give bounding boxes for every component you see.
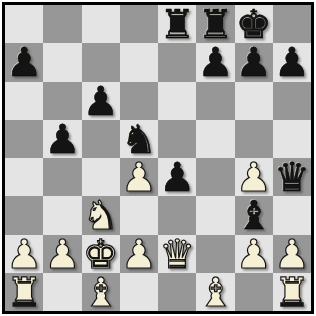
square-d8[interactable] (120, 5, 158, 43)
square-f4[interactable] (196, 158, 234, 196)
black-rook[interactable]: ♜ (197, 5, 233, 43)
square-b4[interactable] (43, 158, 81, 196)
square-c7[interactable] (82, 43, 120, 81)
square-f3[interactable] (196, 196, 234, 234)
square-c3[interactable]: ♞ (82, 196, 120, 234)
white-bishop[interactable]: ♝ (197, 273, 233, 311)
square-c2[interactable]: ♚ (82, 235, 120, 273)
square-c4[interactable] (82, 158, 120, 196)
black-pawn[interactable]: ♟ (197, 43, 233, 81)
white-pawn[interactable]: ♟ (274, 235, 310, 273)
square-a8[interactable] (5, 5, 43, 43)
square-d7[interactable] (120, 43, 158, 81)
square-e8[interactable]: ♜ (158, 5, 196, 43)
square-e4[interactable]: ♟ (158, 158, 196, 196)
square-a7[interactable]: ♟ (5, 43, 43, 81)
square-c6[interactable]: ♟ (82, 82, 120, 120)
black-pawn[interactable]: ♟ (236, 43, 272, 81)
square-b5[interactable]: ♟ (43, 120, 81, 158)
square-e6[interactable] (158, 82, 196, 120)
white-pawn[interactable]: ♟ (236, 235, 272, 273)
black-bishop[interactable]: ♝ (236, 196, 272, 234)
square-d4[interactable]: ♟ (120, 158, 158, 196)
black-pawn[interactable]: ♟ (159, 158, 195, 196)
square-h1[interactable]: ♜ (273, 273, 311, 311)
black-knight[interactable]: ♞ (121, 120, 157, 158)
square-f8[interactable]: ♜ (196, 5, 234, 43)
square-g5[interactable] (235, 120, 273, 158)
black-king[interactable]: ♚ (236, 5, 272, 43)
square-h5[interactable] (273, 120, 311, 158)
white-pawn[interactable]: ♟ (44, 235, 80, 273)
square-d3[interactable] (120, 196, 158, 234)
square-d1[interactable] (120, 273, 158, 311)
square-a4[interactable] (5, 158, 43, 196)
square-h8[interactable] (273, 5, 311, 43)
square-g2[interactable]: ♟ (235, 235, 273, 273)
white-pawn[interactable]: ♟ (236, 158, 272, 196)
chessboard-frame: ♜♜♚♟♟♟♟♟♟♞♟♟♟♛♞♝♟♟♚♟♛♟♟♜♝♝♜ (0, 0, 316, 316)
square-g1[interactable] (235, 273, 273, 311)
black-pawn[interactable]: ♟ (44, 120, 80, 158)
chessboard: ♜♜♚♟♟♟♟♟♟♞♟♟♟♛♞♝♟♟♚♟♛♟♟♜♝♝♜ (2, 2, 314, 314)
square-h2[interactable]: ♟ (273, 235, 311, 273)
square-e3[interactable] (158, 196, 196, 234)
white-bishop[interactable]: ♝ (83, 273, 119, 311)
white-pawn[interactable]: ♟ (121, 235, 157, 273)
square-b8[interactable] (43, 5, 81, 43)
square-h3[interactable] (273, 196, 311, 234)
square-b1[interactable] (43, 273, 81, 311)
white-king[interactable]: ♚ (83, 235, 119, 273)
square-g6[interactable] (235, 82, 273, 120)
square-e7[interactable] (158, 43, 196, 81)
black-queen[interactable]: ♛ (274, 158, 310, 196)
square-d6[interactable] (120, 82, 158, 120)
square-d2[interactable]: ♟ (120, 235, 158, 273)
square-c1[interactable]: ♝ (82, 273, 120, 311)
white-rook[interactable]: ♜ (6, 273, 42, 311)
black-pawn[interactable]: ♟ (83, 82, 119, 120)
square-h7[interactable]: ♟ (273, 43, 311, 81)
white-queen[interactable]: ♛ (159, 235, 195, 273)
square-f7[interactable]: ♟ (196, 43, 234, 81)
square-a2[interactable]: ♟ (5, 235, 43, 273)
square-b2[interactable]: ♟ (43, 235, 81, 273)
square-e1[interactable] (158, 273, 196, 311)
square-a5[interactable] (5, 120, 43, 158)
square-f5[interactable] (196, 120, 234, 158)
square-c8[interactable] (82, 5, 120, 43)
square-f1[interactable]: ♝ (196, 273, 234, 311)
black-pawn[interactable]: ♟ (274, 43, 310, 81)
square-h4[interactable]: ♛ (273, 158, 311, 196)
white-pawn[interactable]: ♟ (121, 158, 157, 196)
white-rook[interactable]: ♜ (274, 273, 310, 311)
square-g7[interactable]: ♟ (235, 43, 273, 81)
square-f2[interactable] (196, 235, 234, 273)
black-pawn[interactable]: ♟ (6, 43, 42, 81)
white-knight[interactable]: ♞ (83, 196, 119, 234)
square-h6[interactable] (273, 82, 311, 120)
square-e2[interactable]: ♛ (158, 235, 196, 273)
square-b7[interactable] (43, 43, 81, 81)
square-g3[interactable]: ♝ (235, 196, 273, 234)
square-f6[interactable] (196, 82, 234, 120)
square-c5[interactable] (82, 120, 120, 158)
square-e5[interactable] (158, 120, 196, 158)
square-g4[interactable]: ♟ (235, 158, 273, 196)
square-b6[interactable] (43, 82, 81, 120)
square-a3[interactable] (5, 196, 43, 234)
square-b3[interactable] (43, 196, 81, 234)
black-rook[interactable]: ♜ (159, 5, 195, 43)
square-g8[interactable]: ♚ (235, 5, 273, 43)
square-a1[interactable]: ♜ (5, 273, 43, 311)
square-a6[interactable] (5, 82, 43, 120)
white-pawn[interactable]: ♟ (6, 235, 42, 273)
square-d5[interactable]: ♞ (120, 120, 158, 158)
